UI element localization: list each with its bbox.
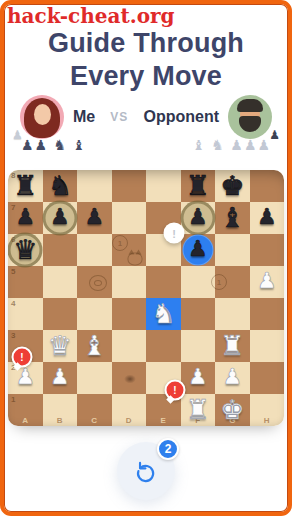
square-e2[interactable]	[146, 362, 181, 394]
file-label-b: B	[57, 416, 63, 425]
square-f7[interactable]: ♟	[181, 202, 216, 234]
chess-board[interactable]: 8♜♞♜♚7♟♟♟♟♝♟6♛♟5♟4♞3♛♝♜2♟♟♟♟1ABCDEF♜G♚H …	[8, 170, 284, 426]
square-g2[interactable]: ♟	[215, 362, 250, 394]
page-title-line2: Every Move	[0, 60, 292, 93]
square-d1[interactable]: D	[112, 394, 147, 426]
rank-label-1: 1	[11, 395, 15, 404]
square-g1[interactable]: G♚	[215, 394, 250, 426]
square-a4[interactable]: 4	[8, 298, 43, 330]
square-c6[interactable]	[77, 234, 112, 266]
square-g4[interactable]	[215, 298, 250, 330]
undo-arrow-icon	[133, 458, 159, 484]
square-b1[interactable]: B	[43, 394, 78, 426]
rank-label-4: 4	[11, 299, 15, 308]
board-grid: 8♜♞♜♚7♟♟♟♟♝♟6♛♟5♟4♞3♛♝♜2♟♟♟♟1ABCDEF♜G♚H	[8, 170, 284, 426]
opponent-name: Opponent	[143, 108, 219, 126]
square-h7[interactable]: ♟	[250, 202, 285, 234]
square-h1[interactable]: H	[250, 394, 285, 426]
file-label-c: C	[91, 416, 97, 425]
square-g7[interactable]: ♝	[215, 202, 250, 234]
square-h8[interactable]	[250, 170, 285, 202]
opponent-avatar-hair	[237, 99, 263, 112]
square-a5[interactable]: 5	[8, 266, 43, 298]
square-e6[interactable]	[146, 234, 181, 266]
rank-label-7: 7	[11, 203, 15, 212]
me-avatar-face	[34, 104, 51, 125]
square-d8[interactable]	[112, 170, 147, 202]
undo-button[interactable]: 2	[117, 442, 175, 500]
square-b8[interactable]: ♞	[43, 170, 78, 202]
file-label-e: E	[161, 416, 166, 425]
square-a6[interactable]: 6♛	[8, 234, 43, 266]
square-h3[interactable]	[250, 330, 285, 362]
square-c4[interactable]	[77, 298, 112, 330]
square-e8[interactable]	[146, 170, 181, 202]
square-b5[interactable]	[43, 266, 78, 298]
square-b6[interactable]	[43, 234, 78, 266]
file-label-h: H	[264, 416, 270, 425]
square-a8[interactable]: 8♜	[8, 170, 43, 202]
white-pawn-h5: ♟	[250, 266, 285, 298]
square-c1[interactable]: C	[77, 394, 112, 426]
square-b2[interactable]: ♟	[43, 362, 78, 394]
square-d7[interactable]	[112, 202, 147, 234]
square-c5[interactable]	[77, 266, 112, 298]
me-avatar[interactable]	[20, 95, 64, 139]
player-opponent: Opponent ♟	[143, 95, 272, 139]
square-g3[interactable]: ♜	[215, 330, 250, 362]
captured-by-opponent: ♝ ♞ ♟♟♟	[192, 137, 271, 153]
black-pawn-c7: ♟	[77, 202, 112, 234]
white-bishop-c3: ♝	[77, 330, 112, 362]
square-f6[interactable]: ♟	[181, 234, 216, 266]
white-pawn-icon: ♟	[12, 128, 23, 142]
tan-circle-highlight	[42, 201, 77, 236]
square-h2[interactable]	[250, 362, 285, 394]
square-a3[interactable]: 3	[8, 330, 43, 362]
file-label-d: D	[126, 416, 132, 425]
square-h4[interactable]	[250, 298, 285, 330]
white-rook-g3: ♜	[215, 330, 250, 362]
white-pawn-f2: ♟	[181, 362, 216, 394]
file-label-a: A	[22, 416, 28, 425]
black-king-g8: ♚	[215, 170, 250, 202]
white-knight-e4: ♞	[146, 298, 181, 330]
square-f8[interactable]: ♜	[181, 170, 216, 202]
captured-by-me: ♟♟ ♞ ♝	[21, 137, 86, 153]
players-row: ♟ Me vs Opponent ♟	[0, 94, 292, 140]
page-title: Guide Through Every Move	[0, 27, 292, 93]
square-f2[interactable]: ♟	[181, 362, 216, 394]
square-a7[interactable]: 7♟	[8, 202, 43, 234]
square-a2[interactable]: 2♟	[8, 362, 43, 394]
rank-label-6: 6	[11, 235, 15, 244]
square-d6[interactable]	[112, 234, 147, 266]
square-a1[interactable]: 1A	[8, 394, 43, 426]
page-title-line1: Guide Through	[0, 27, 292, 60]
square-d2[interactable]	[112, 362, 147, 394]
black-pawn-icon: ♟	[269, 128, 280, 142]
blue-circle-highlight	[182, 235, 213, 266]
square-h6[interactable]	[250, 234, 285, 266]
watermark-text: hack-cheat.org	[7, 4, 175, 28]
square-g8[interactable]: ♚	[215, 170, 250, 202]
black-bishop-g7: ♝	[215, 202, 250, 234]
square-f3[interactable]	[181, 330, 216, 362]
black-pawn-h7: ♟	[250, 202, 285, 234]
me-name: Me	[73, 108, 95, 126]
square-g6[interactable]	[215, 234, 250, 266]
square-c8[interactable]	[77, 170, 112, 202]
file-label-f: F	[195, 416, 200, 425]
player-me: ♟ Me	[20, 95, 95, 139]
square-f1[interactable]: F♜	[181, 394, 216, 426]
square-b7[interactable]: ♟	[43, 202, 78, 234]
square-e3[interactable]	[146, 330, 181, 362]
file-label-g: G	[229, 416, 235, 425]
square-e7[interactable]	[146, 202, 181, 234]
opponent-avatar-beard	[239, 116, 261, 132]
rank-label-3: 3	[11, 331, 15, 340]
square-b4[interactable]	[43, 298, 78, 330]
square-d3[interactable]	[112, 330, 147, 362]
rank-label-5: 5	[11, 267, 15, 276]
captured-trays: ♟♟ ♞ ♝ ♝ ♞ ♟♟♟	[0, 137, 292, 153]
tan-circle-highlight	[180, 201, 215, 236]
square-c3[interactable]: ♝	[77, 330, 112, 362]
square-e4[interactable]: ♞	[146, 298, 181, 330]
undo-count-badge: 2	[157, 438, 179, 460]
opponent-avatar[interactable]	[228, 95, 272, 139]
square-f5[interactable]	[181, 266, 216, 298]
square-d5[interactable]	[112, 266, 147, 298]
black-rook-f8: ♜	[181, 170, 216, 202]
white-pawn-g2: ♟	[215, 362, 250, 394]
square-f4[interactable]	[181, 298, 216, 330]
square-c7[interactable]: ♟	[77, 202, 112, 234]
square-g5[interactable]	[215, 266, 250, 298]
rank-label-2: 2	[11, 363, 15, 372]
rank-label-8: 8	[11, 171, 15, 180]
square-h5[interactable]: ♟	[250, 266, 285, 298]
black-knight-b8: ♞	[43, 170, 78, 202]
square-e5[interactable]	[146, 266, 181, 298]
vs-label: vs	[110, 110, 128, 124]
square-e1[interactable]: E	[146, 394, 181, 426]
white-queen-b3: ♛	[43, 330, 78, 362]
square-c2[interactable]	[77, 362, 112, 394]
square-b3[interactable]: ♛	[43, 330, 78, 362]
white-pawn-b2: ♟	[43, 362, 78, 394]
square-d4[interactable]	[112, 298, 147, 330]
